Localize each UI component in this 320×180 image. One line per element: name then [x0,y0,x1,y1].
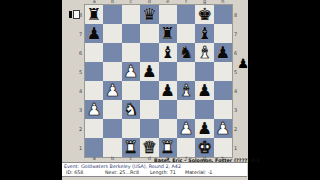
square-h5[interactable] [214,62,232,81]
square-g8[interactable]: ♚ [195,5,213,24]
event-line: Event: Goldwaters Berkeley (USA), Round … [64,164,181,169]
square-e6[interactable]: ♝ [159,43,177,62]
rank-labels-right: 87654321 [234,5,237,157]
square-f8[interactable] [177,5,195,24]
rank-label-4: 4 [79,81,82,100]
file-label-a: a [85,156,103,161]
square-e2[interactable] [159,119,177,138]
black-pawn-d5[interactable]: ♟ [140,62,158,81]
square-d2[interactable] [140,119,158,138]
square-f3[interactable] [177,100,195,119]
material-field: Material: -1 [185,170,212,175]
white-bishop-f4[interactable]: ♝ [177,81,195,100]
rank-label-8: 8 [234,5,237,24]
length-field: Length: 71 [150,170,176,175]
rank-label-1: 1 [79,138,82,157]
square-e8[interactable] [159,5,177,24]
square-d8[interactable]: ♛ [140,5,158,24]
square-e3[interactable] [159,100,177,119]
square-c2[interactable] [122,119,140,138]
rank-label-7: 7 [79,24,82,43]
square-g2[interactable]: ♟ [195,119,213,138]
black-rook-a8[interactable]: ♜ [85,5,103,24]
square-d7[interactable] [140,24,158,43]
file-label-b: b [103,156,121,161]
rank-label-1: 1 [234,138,237,157]
white-pawn-h2[interactable]: ♟ [214,119,232,138]
next-move-field: Next: 25...Rc8 [105,170,139,175]
file-label-h: h [214,0,232,4]
square-f2[interactable]: ♟ [177,119,195,138]
square-a8[interactable]: ♜ [85,5,103,24]
square-g6[interactable]: ♝ [195,43,213,62]
game-info-box: Event: Goldwaters Berkeley (USA), Round … [62,162,247,177]
square-f7[interactable] [177,24,195,43]
square-b5[interactable] [103,62,121,81]
square-h8[interactable] [214,5,232,24]
diagram-panel: abcdefgh 87654321 ♜♛♚♟♜♝♝♞♝♟♟♟♟♟♝♟♟♞♟♟♟♜… [62,0,248,180]
square-a4[interactable] [85,81,103,100]
square-d3[interactable] [140,100,158,119]
white-bishop-g6[interactable]: ♝ [195,43,213,62]
file-label-a: a [85,0,103,4]
square-h7[interactable] [214,24,232,43]
game-stats-line: ID: 658 Next: 25...Rc8 Length: 71 Materi… [62,170,247,175]
square-a7[interactable]: ♟ [85,24,103,43]
square-a2[interactable] [85,119,103,138]
rank-label-2: 2 [234,119,237,138]
file-label-c: c [122,156,140,161]
square-b6[interactable] [103,43,121,62]
chess-board[interactable]: ♜♛♚♟♜♝♝♞♝♟♟♟♟♟♝♟♟♞♟♟♟♜♛♜♚ [85,5,232,157]
square-f4[interactable]: ♝ [177,81,195,100]
square-f6[interactable]: ♞ [177,43,195,62]
square-b3[interactable] [103,100,121,119]
file-label-f: f [177,0,195,4]
square-c6[interactable] [122,43,140,62]
rank-label-7: 7 [234,24,237,43]
black-to-move-indicator [69,9,82,19]
black-queen-d8[interactable]: ♛ [140,5,158,24]
square-a3[interactable]: ♟ [85,100,103,119]
square-g4[interactable]: ♟ [195,81,213,100]
square-a6[interactable] [85,43,103,62]
square-e4[interactable]: ♟ [159,81,177,100]
square-h2[interactable]: ♟ [214,119,232,138]
square-h3[interactable] [214,100,232,119]
file-label-c: c [122,0,140,4]
rank-label-3: 3 [234,100,237,119]
rank-labels-left: 87654321 [79,5,82,157]
square-b4[interactable]: ♟ [103,81,121,100]
square-h4[interactable] [214,81,232,100]
white-pawn-a3[interactable]: ♟ [85,100,103,119]
white-pawn-c5[interactable]: ♟ [122,62,140,81]
white-knight-c3[interactable]: ♞ [122,100,140,119]
white-square-icon [73,10,80,19]
square-b2[interactable] [103,119,121,138]
square-a5[interactable] [85,62,103,81]
square-g3[interactable] [195,100,213,119]
rank-label-3: 3 [79,100,82,119]
square-g5[interactable] [195,62,213,81]
square-b7[interactable] [103,24,121,43]
square-b8[interactable] [103,5,121,24]
white-pawn-b4[interactable]: ♟ [103,81,121,100]
rank-label-2: 2 [79,119,82,138]
square-c8[interactable] [122,5,140,24]
square-e7[interactable]: ♜ [159,24,177,43]
square-d5[interactable]: ♟ [140,62,158,81]
black-pawn-e4[interactable]: ♟ [159,81,177,100]
black-pawn-h6[interactable]: ♟ [214,43,232,62]
file-label-e: e [159,0,177,4]
square-c5[interactable]: ♟ [122,62,140,81]
square-c3[interactable]: ♞ [122,100,140,119]
black-rook-e7[interactable]: ♜ [159,24,177,43]
square-f5[interactable] [177,62,195,81]
square-c4[interactable] [122,81,140,100]
square-c7[interactable] [122,24,140,43]
rank-label-4: 4 [234,81,237,100]
rank-label-5: 5 [79,62,82,81]
material-indicator-pawn-icon: ♟ [235,56,251,71]
square-e5[interactable] [159,62,177,81]
black-bishop-g7[interactable]: ♝ [195,24,213,43]
white-pawn-f2[interactable]: ♟ [177,119,195,138]
file-label-b: b [103,0,121,4]
black-square-icon [69,11,72,18]
black-bishop-e6[interactable]: ♝ [159,43,177,62]
file-label-g: g [195,0,213,4]
square-g7[interactable]: ♝ [195,24,213,43]
file-labels-top: abcdefgh [85,0,232,4]
black-pawn-g2[interactable]: ♟ [195,119,213,138]
black-pawn-a7[interactable]: ♟ [85,24,103,43]
black-king-g8[interactable]: ♚ [195,5,213,24]
black-pawn-g4[interactable]: ♟ [195,81,213,100]
square-h6[interactable]: ♟ [214,43,232,62]
game-id-field: ID: 658 [66,170,83,175]
black-knight-f6[interactable]: ♞ [177,43,195,62]
square-d4[interactable] [140,81,158,100]
rank-label-6: 6 [79,43,82,62]
square-d6[interactable] [140,43,158,62]
file-label-d: d [140,0,158,4]
